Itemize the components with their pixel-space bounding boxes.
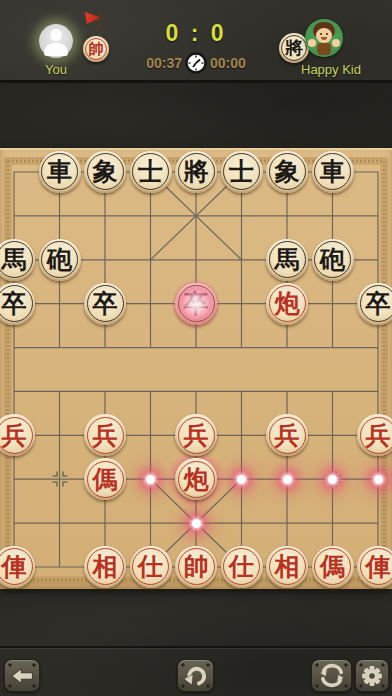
piece-glyph: 車	[320, 159, 345, 184]
piece-black-horse[interactable]: 馬	[0, 239, 35, 281]
piece-glyph: 仕	[229, 554, 254, 579]
undo-arrow-icon	[181, 662, 211, 689]
point-marker	[51, 470, 69, 488]
piece-glyph: 車	[47, 159, 72, 184]
board-grid: 車象士將士象車馬砲馬砲卒卒卒炮卒兵兵兵兵兵傌炮俥相仕帥仕相傌俥	[0, 150, 392, 589]
piece-black-chariot[interactable]: 車	[312, 151, 354, 193]
piece-black-elephant[interactable]: 象	[84, 151, 126, 193]
piece-red-horse[interactable]: 傌	[312, 546, 354, 588]
piece-glyph: 相	[275, 554, 300, 579]
piece-black-advisor[interactable]: 士	[130, 151, 172, 193]
player-avatar-you[interactable]	[39, 24, 73, 58]
back-button[interactable]	[4, 659, 40, 692]
piece-glyph: 兵	[93, 423, 118, 448]
piece-glyph: 馬	[275, 247, 300, 272]
piece-glyph: 卒	[366, 291, 391, 316]
timer-you: 00:37	[118, 55, 182, 71]
piece-glyph: 俥	[2, 554, 27, 579]
piece-glyph: 士	[138, 159, 163, 184]
piece-red-soldier[interactable]: 兵	[266, 414, 308, 456]
piece-glyph: 帥	[184, 554, 209, 579]
piece-red-cannon[interactable]: 炮	[175, 458, 217, 500]
piece-black-cannon[interactable]: 砲	[312, 239, 354, 281]
legal-move-dot[interactable]	[328, 475, 337, 484]
piece-glyph: 炮	[275, 291, 300, 316]
piece-black-chariot[interactable]: 車	[39, 151, 81, 193]
piece-glyph: 砲	[47, 247, 72, 272]
piece-glyph: 傌	[93, 467, 118, 492]
legal-move-dot[interactable]	[374, 475, 383, 484]
piece-glyph: 卒	[2, 291, 27, 316]
piece-glyph: 士	[229, 159, 254, 184]
piece-glyph: 相	[93, 554, 118, 579]
piece-red-chariot[interactable]: 俥	[357, 546, 392, 588]
piece-red-soldier[interactable]: 兵	[357, 414, 392, 456]
piece-red-elephant[interactable]: 相	[266, 546, 308, 588]
timer-opponent: 00:00	[210, 55, 274, 71]
piece-glyph: 炮	[184, 467, 209, 492]
gear-icon	[358, 663, 386, 689]
piece-red-advisor[interactable]: 仕	[221, 546, 263, 588]
piece-glyph: 卒	[184, 291, 209, 316]
piece-glyph: 傌	[320, 554, 345, 579]
piece-glyph: 俥	[366, 554, 391, 579]
piece-red-horse[interactable]: 傌	[84, 458, 126, 500]
flip-refresh-icon	[316, 662, 348, 689]
legal-move-dot[interactable]	[237, 475, 246, 484]
piece-red-advisor[interactable]: 仕	[130, 546, 172, 588]
piece-black-soldier[interactable]: 卒	[357, 283, 392, 325]
piece-black-cannon[interactable]: 砲	[39, 239, 81, 281]
player-name-you: You	[20, 62, 92, 77]
piece-glyph: 象	[275, 159, 300, 184]
piece-red-soldier[interactable]: 兵	[0, 414, 35, 456]
clock-icon	[185, 52, 207, 74]
piece-red-soldier[interactable]: 兵	[84, 414, 126, 456]
legal-move-dot[interactable]	[146, 475, 155, 484]
red-general-glyph: 帥	[89, 42, 104, 57]
app-root: 帥 You 0 : 0 00:37 00:00 將 Happy Kid	[0, 0, 392, 696]
piece-glyph: 卒	[93, 291, 118, 316]
piece-glyph: 兵	[2, 423, 27, 448]
black-general-glyph: 將	[285, 39, 303, 57]
piece-glyph: 兵	[184, 423, 209, 448]
piece-black-elephant[interactable]: 象	[266, 151, 308, 193]
piece-glyph: 將	[184, 159, 209, 184]
piece-black-advisor[interactable]: 士	[221, 151, 263, 193]
player-name-opponent: Happy Kid	[288, 62, 374, 77]
person-icon-shoulders	[44, 43, 68, 56]
piece-black-soldier[interactable]: 卒	[175, 283, 217, 325]
xiangqi-board[interactable]: 車象士將士象車馬砲馬砲卒卒卒炮卒兵兵兵兵兵傌炮俥相仕帥仕相傌俥	[0, 148, 392, 589]
piece-glyph: 仕	[138, 554, 163, 579]
upper-margin-panel	[0, 83, 392, 148]
side-badge-red-general: 帥	[83, 36, 109, 62]
piece-red-elephant[interactable]: 相	[84, 546, 126, 588]
turn-flag-icon	[85, 12, 105, 38]
piece-red-cannon[interactable]: 炮	[266, 283, 308, 325]
piece-red-soldier[interactable]: 兵	[175, 414, 217, 456]
piece-black-horse[interactable]: 馬	[266, 239, 308, 281]
player-avatar-opponent[interactable]	[305, 19, 343, 57]
piece-black-general[interactable]: 將	[175, 151, 217, 193]
legal-move-dot[interactable]	[283, 475, 292, 484]
piece-red-general[interactable]: 帥	[175, 546, 217, 588]
legal-move-dot[interactable]	[192, 519, 201, 528]
piece-black-soldier[interactable]: 卒	[84, 283, 126, 325]
toolbar-divider	[0, 646, 392, 648]
piece-red-chariot[interactable]: 俥	[0, 546, 35, 588]
person-icon	[50, 29, 62, 41]
back-arrow-icon	[7, 664, 37, 688]
piece-glyph: 象	[93, 159, 118, 184]
undo-button[interactable]	[177, 659, 214, 692]
piece-glyph: 砲	[320, 247, 345, 272]
flip-board-button[interactable]	[311, 659, 352, 692]
piece-black-soldier[interactable]: 卒	[0, 283, 35, 325]
score-display: 0 : 0	[130, 20, 262, 47]
piece-glyph: 兵	[366, 423, 391, 448]
settings-button[interactable]	[355, 659, 389, 692]
piece-glyph: 兵	[275, 423, 300, 448]
piece-glyph: 馬	[2, 247, 27, 272]
